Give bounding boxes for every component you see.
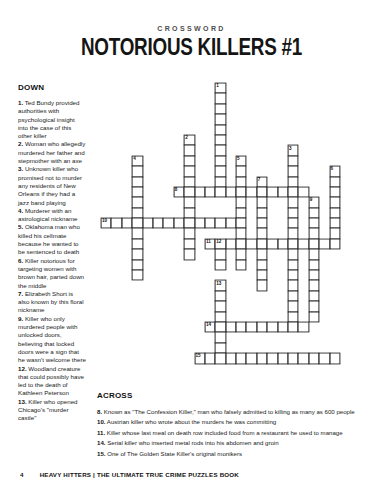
down-clue-12: 12. Woodland creature that could possibl…: [18, 365, 86, 398]
across-clue-11: 11. Killer whose last meal on death row …: [97, 428, 375, 438]
grid-cell[interactable]: [309, 228, 319, 238]
grid-cell[interactable]: [205, 353, 215, 363]
grid-cell[interactable]: [288, 228, 298, 238]
grid-cell[interactable]: [215, 156, 225, 166]
grid-cell[interactable]: [205, 218, 215, 228]
clue-number: 7.: [18, 290, 23, 297]
grid-cell[interactable]: [298, 322, 308, 332]
grid-cell[interactable]: [257, 260, 267, 270]
grid-cell[interactable]: [236, 177, 246, 187]
footer-book-title: HEAVY HITTERS | THE ULTIMATE TRUE CRIME …: [40, 471, 239, 478]
grid-cell[interactable]: [184, 177, 194, 187]
clue-number: 8.: [97, 408, 102, 415]
cell-number: 2: [185, 135, 188, 140]
grid-cell[interactable]: 1: [215, 83, 225, 93]
down-clue-3: 3. Unknown killer who promised not to mu…: [18, 165, 86, 206]
grid-cell[interactable]: [257, 197, 267, 207]
grid-cell[interactable]: [215, 260, 225, 270]
grid-cell[interactable]: [122, 218, 132, 228]
grid-cell[interactable]: [132, 239, 142, 249]
clue-text: Murderer with an astrological nickname: [18, 207, 78, 222]
grid-cell[interactable]: [132, 208, 142, 218]
page-title: NOTORIOUS KILLERS #1: [34, 34, 348, 61]
grid-cell[interactable]: [215, 301, 225, 311]
grid-cell[interactable]: [215, 93, 225, 103]
clue-number: 6.: [18, 257, 23, 264]
grid-cell[interactable]: [298, 239, 308, 249]
grid-cell[interactable]: [236, 166, 246, 176]
grid-cell[interactable]: [215, 187, 225, 197]
cell-number: 1: [216, 83, 219, 88]
page-kicker: CROSSWORD: [0, 25, 383, 32]
clue-number: 3.: [18, 165, 23, 172]
grid-cell[interactable]: [215, 145, 225, 155]
grid-cell[interactable]: 2: [184, 135, 194, 145]
grid-cell[interactable]: [215, 218, 225, 228]
clue-text: Woodland creature that could possibly ha…: [18, 365, 84, 397]
grid-cell[interactable]: [288, 249, 298, 259]
grid-cell[interactable]: [236, 197, 246, 207]
grid-cell[interactable]: [215, 166, 225, 176]
grid-cell[interactable]: 10: [101, 218, 111, 228]
footer-page-number: 4: [20, 471, 24, 478]
grid-cell[interactable]: [215, 104, 225, 114]
cell-number: 11: [206, 239, 211, 244]
grid-cell[interactable]: [215, 114, 225, 124]
grid-cell[interactable]: [111, 218, 121, 228]
clue-text: Serial killer who inserted metal rods in…: [107, 439, 278, 446]
clue-number: 14.: [97, 439, 105, 446]
grid-cell[interactable]: [267, 322, 277, 332]
grid-cell[interactable]: [215, 125, 225, 135]
grid-cell[interactable]: [174, 218, 184, 228]
grid-cell[interactable]: [236, 353, 246, 363]
grid-cell[interactable]: 6: [330, 166, 340, 176]
cell-number: 3: [289, 146, 292, 151]
down-clue-list: 1. Ted Bundy provided authorities with p…: [18, 99, 86, 423]
grid-cell[interactable]: [246, 322, 256, 332]
grid-cell[interactable]: 11: [205, 239, 215, 249]
grid-cell[interactable]: [330, 228, 340, 238]
down-heading: DOWN: [18, 83, 86, 92]
down-clue-1: 1. Ted Bundy provided authorities with p…: [18, 99, 86, 140]
grid-cell[interactable]: [184, 156, 194, 166]
grid-cell[interactable]: [330, 197, 340, 207]
grid-cell[interactable]: 14: [205, 322, 215, 332]
clue-number: 12.: [18, 365, 27, 372]
clue-number: 9.: [18, 315, 23, 322]
grid-cell[interactable]: [288, 312, 298, 322]
down-clues-section: DOWN 1. Ted Bundy provided authorities w…: [18, 83, 86, 423]
grid-cell[interactable]: [184, 218, 194, 228]
clue-number: 13.: [18, 398, 27, 405]
grid-cell[interactable]: 13: [215, 280, 225, 290]
grid-cell[interactable]: [132, 166, 142, 176]
grid-cell[interactable]: [132, 270, 142, 280]
grid-cell[interactable]: [288, 291, 298, 301]
grid-cell[interactable]: [288, 208, 298, 218]
clue-text: Elizabeth Short is also known by this fl…: [18, 290, 84, 314]
grid-cell[interactable]: [319, 239, 329, 249]
grid-cell[interactable]: [278, 239, 288, 249]
grid-cell[interactable]: [132, 228, 142, 238]
grid-cell[interactable]: [288, 197, 298, 207]
grid-cell[interactable]: [319, 353, 329, 363]
grid-cell[interactable]: [184, 166, 194, 176]
grid-cell[interactable]: [288, 353, 298, 363]
grid-cell[interactable]: [288, 239, 298, 249]
cell-number: 10: [102, 218, 107, 223]
grid-cell[interactable]: [257, 208, 267, 218]
clue-text: Killer who only murdered people with unl…: [18, 315, 86, 363]
clue-text: Killer whose last meal on death row incl…: [107, 429, 343, 436]
grid-cell[interactable]: [309, 291, 319, 301]
grid-cell[interactable]: [267, 187, 277, 197]
grid-cell[interactable]: [330, 208, 340, 218]
down-clue-6: 6. Killer notorious for targeting women …: [18, 257, 86, 290]
grid-cell[interactable]: [236, 260, 246, 270]
grid-cell[interactable]: [288, 177, 298, 187]
grid-cell[interactable]: [267, 239, 277, 249]
grid-cell[interactable]: [288, 187, 298, 197]
clue-text: Unknown killer who promised not to murde…: [18, 165, 82, 205]
grid-cell[interactable]: [215, 322, 225, 332]
grid-cell[interactable]: [309, 353, 319, 363]
grid-cell[interactable]: [298, 187, 308, 197]
grid-cell[interactable]: [309, 208, 319, 218]
grid-cell[interactable]: 5: [236, 156, 246, 166]
grid-cell[interactable]: [143, 218, 153, 228]
cell-number: 12: [216, 239, 221, 244]
clue-number: 10.: [97, 418, 105, 425]
grid-cell[interactable]: 4: [132, 156, 142, 166]
grid-cell[interactable]: [309, 312, 319, 322]
cell-number: 15: [196, 353, 201, 358]
grid-cell[interactable]: [288, 166, 298, 176]
grid-cell[interactable]: [278, 187, 288, 197]
grid-cell[interactable]: [184, 249, 194, 259]
grid-cell[interactable]: 8: [174, 187, 184, 197]
down-clue-13: 13. Killer who opened Chicago's "murder …: [18, 398, 86, 423]
grid-cell[interactable]: [236, 218, 246, 228]
cell-number: 14: [206, 322, 211, 327]
grid-cell[interactable]: [236, 228, 246, 238]
cell-number: 9: [310, 197, 313, 202]
grid-cell[interactable]: [309, 218, 319, 228]
grid-cell[interactable]: [309, 301, 319, 311]
grid-cell[interactable]: [330, 177, 340, 187]
grid-cell[interactable]: [236, 187, 246, 197]
grid-cell[interactable]: [278, 322, 288, 332]
grid-cell[interactable]: [257, 239, 267, 249]
grid-cell[interactable]: [246, 187, 256, 197]
grid-cell[interactable]: 9: [309, 197, 319, 207]
grid-cell[interactable]: [184, 187, 194, 197]
grid-cell[interactable]: [257, 280, 267, 290]
down-clue-9: 9. Killer who only murdered people with …: [18, 315, 86, 365]
grid-cell[interactable]: [215, 312, 225, 322]
grid-cell[interactable]: [257, 187, 267, 197]
grid-cell[interactable]: [132, 177, 142, 187]
across-clue-list: 8. Known as "The Confession Killer," man…: [97, 407, 375, 459]
grid-cell[interactable]: [257, 322, 267, 332]
grid-cell[interactable]: [288, 301, 298, 311]
across-clue-14: 14. Serial killer who inserted metal rod…: [97, 438, 375, 448]
grid-cell[interactable]: [330, 353, 340, 363]
grid-cell[interactable]: [132, 197, 142, 207]
grid-cell[interactable]: [288, 280, 298, 290]
grid-cell[interactable]: [153, 218, 163, 228]
grid-cell[interactable]: [236, 249, 246, 259]
grid-cell[interactable]: [215, 177, 225, 187]
grid-cell[interactable]: [257, 228, 267, 238]
grid-cell[interactable]: [215, 249, 225, 259]
cell-number: 5: [237, 156, 240, 161]
grid-cell[interactable]: [184, 197, 194, 207]
grid-cell[interactable]: [205, 187, 215, 197]
down-clue-7: 7. Elizabeth Short is also known by this…: [18, 290, 86, 315]
grid-cell[interactable]: 15: [195, 353, 205, 363]
grid-cell[interactable]: [257, 353, 267, 363]
cell-number: 8: [175, 187, 178, 192]
across-clue-8: 8. Known as "The Confession Killer," man…: [97, 407, 375, 417]
clue-number: 11.: [97, 429, 105, 436]
clue-text: Killer who opened Chicago's "murder cast…: [18, 398, 78, 422]
clue-number: 5.: [18, 223, 23, 230]
grid-cell[interactable]: [215, 332, 225, 342]
grid-cell[interactable]: [288, 270, 298, 280]
down-clue-2: 2. Woman who allegedly murdered her fath…: [18, 140, 86, 165]
crossword-grid[interactable]: 123456789101112131415: [101, 83, 340, 364]
grid-cell[interactable]: [184, 208, 194, 218]
grid-cell[interactable]: [267, 353, 277, 363]
grid-cell[interactable]: 12: [215, 239, 225, 249]
grid-cell[interactable]: [132, 218, 142, 228]
clue-text: Killer notorious for targeting women wit…: [18, 257, 84, 289]
across-clue-10: 10. Austrian killer who wrote about the …: [97, 417, 375, 427]
grid-cell[interactable]: [215, 343, 225, 353]
grid-cell[interactable]: [184, 239, 194, 249]
clue-text: Ted Bundy provided authorities with psyc…: [18, 99, 79, 139]
grid-cell[interactable]: [246, 239, 256, 249]
grid-cell[interactable]: [195, 187, 205, 197]
grid-cell[interactable]: [257, 218, 267, 228]
grid-cell[interactable]: [288, 156, 298, 166]
grid-cell[interactable]: [226, 239, 236, 249]
grid-cell[interactable]: [330, 218, 340, 228]
grid-cell[interactable]: [257, 270, 267, 280]
grid-cell[interactable]: [215, 291, 225, 301]
grid-cell[interactable]: [226, 353, 236, 363]
grid-cell[interactable]: [298, 353, 308, 363]
grid-cell[interactable]: 3: [288, 145, 298, 155]
grid-cell[interactable]: [226, 218, 236, 228]
grid-cell[interactable]: [236, 322, 246, 332]
grid-cell[interactable]: [288, 322, 298, 332]
cell-number: 4: [133, 156, 136, 161]
cell-number: 7: [258, 177, 261, 182]
clue-text: Oklahoma man who killed his cellmate bec…: [18, 223, 80, 255]
grid-cell[interactable]: [215, 135, 225, 145]
across-clues-section: ACROSS 8. Known as "The Confession Kille…: [97, 391, 375, 459]
grid-cell[interactable]: [309, 280, 319, 290]
clue-number: 2.: [18, 140, 23, 147]
grid-cell[interactable]: [132, 187, 142, 197]
grid-cell[interactable]: [330, 187, 340, 197]
clue-text: Woman who allegedly murdered her father …: [18, 140, 85, 164]
grid-cell[interactable]: [226, 322, 236, 332]
grid-cell[interactable]: [184, 228, 194, 238]
clue-number: 1.: [18, 99, 23, 106]
cell-number: 13: [216, 281, 221, 286]
grid-cell[interactable]: [184, 145, 194, 155]
grid-cell[interactable]: [195, 218, 205, 228]
grid-cell[interactable]: [309, 260, 319, 270]
grid-cell[interactable]: [278, 353, 288, 363]
grid-cell[interactable]: [132, 249, 142, 259]
grid-cell[interactable]: [309, 249, 319, 259]
clue-text: One of The Golden State Killer's origina…: [107, 450, 242, 457]
grid-cell[interactable]: [309, 270, 319, 280]
cell-number: 6: [331, 166, 334, 171]
down-clue-5: 5. Oklahoma man who killed his cellmate …: [18, 223, 86, 256]
grid-cell[interactable]: 7: [257, 177, 267, 187]
clue-number: 4.: [18, 207, 23, 214]
across-heading: ACROSS: [97, 391, 375, 400]
grid-cell[interactable]: [246, 353, 256, 363]
clue-text: Known as "The Confession Killer," man wh…: [104, 408, 355, 415]
grid-cell[interactable]: [288, 260, 298, 270]
grid-cell[interactable]: [236, 239, 246, 249]
across-clue-15: 15. One of The Golden State Killer's ori…: [97, 449, 375, 459]
clue-number: 15.: [97, 450, 105, 457]
down-clue-4: 4. Murderer with an astrological nicknam…: [18, 207, 86, 224]
grid-cell[interactable]: [132, 260, 142, 270]
grid-cell[interactable]: [215, 353, 225, 363]
grid-cell[interactable]: [163, 218, 173, 228]
grid-cell[interactable]: [257, 249, 267, 259]
grid-cell[interactable]: [309, 239, 319, 249]
grid-cell[interactable]: [330, 239, 340, 249]
clue-text: Austrian killer who wrote about the murd…: [107, 418, 276, 425]
grid-cell[interactable]: [226, 187, 236, 197]
grid-cell[interactable]: [236, 208, 246, 218]
grid-cell[interactable]: [288, 218, 298, 228]
page-footer: 4HEAVY HITTERS | THE ULTIMATE TRUE CRIME…: [20, 471, 239, 478]
